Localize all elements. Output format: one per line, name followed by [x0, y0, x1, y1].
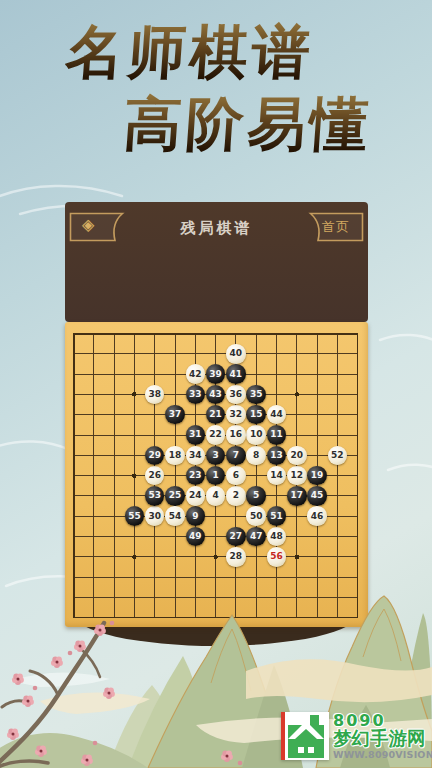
stone-7-black: 7	[226, 446, 246, 466]
home-button[interactable]: 首页	[308, 212, 364, 242]
hero-title-line1: 名师棋谱	[64, 18, 317, 86]
stone-39-black: 39	[206, 364, 226, 384]
stone-36-white: 36	[226, 385, 246, 405]
stone-26-white: 26	[145, 466, 165, 486]
stone-55-black: 55	[125, 506, 145, 526]
stone-40-white: 40	[226, 344, 246, 364]
stone-21-black: 21	[206, 405, 226, 425]
watermark-8090: 8090	[333, 712, 432, 729]
stone-29-black: 29	[145, 446, 165, 466]
stone-35-black: 35	[246, 385, 266, 405]
stone-34-white: 34	[186, 446, 206, 466]
stone-32-white: 32	[226, 405, 246, 425]
stone-14-white: 14	[267, 466, 287, 486]
stone-37-black: 37	[165, 405, 185, 425]
header-bar: ◈ 残局棋谱 首页	[65, 212, 368, 244]
stone-20-white: 20	[287, 446, 307, 466]
stone-18-white: 18	[165, 446, 185, 466]
stone-16-white: 16	[226, 425, 246, 445]
stone-51-black: 51	[267, 506, 287, 526]
stone-24-white: 24	[186, 486, 206, 506]
stone-5-black: 5	[246, 486, 266, 506]
hero-title-line2: 高阶易懂	[122, 90, 375, 158]
house-logo-icon	[281, 712, 329, 760]
cloud-band	[10, 672, 110, 687]
stone-47-black: 47	[246, 527, 266, 547]
stone-49-black: 49	[186, 527, 206, 547]
stone-54-white: 54	[165, 506, 185, 526]
home-button-label: 首页	[308, 218, 364, 236]
stone-19-black: 19	[307, 466, 327, 486]
stone-23-black: 23	[186, 466, 206, 486]
stone-44-white: 44	[267, 405, 287, 425]
stone-9-black: 9	[186, 506, 206, 526]
stone-15-black: 15	[246, 405, 266, 425]
app-screen: 名师棋谱 高阶易懂 ◈ 残局棋谱 首页 12345678910111213141…	[0, 0, 432, 768]
stone-17-black: 17	[287, 486, 307, 506]
stone-50-white: 50	[246, 506, 266, 526]
stone-11-black: 11	[267, 425, 287, 445]
stone-38-white: 38	[145, 385, 165, 405]
stone-48-white: 48	[267, 527, 287, 547]
stone-46-white: 46	[307, 506, 327, 526]
stone-3-black: 3	[206, 446, 226, 466]
stone-4-white: 4	[206, 486, 226, 506]
header-panel: ◈ 残局棋谱 首页	[65, 202, 368, 322]
stone-30-white: 30	[145, 506, 165, 526]
stone-1-black: 1	[206, 466, 226, 486]
stone-45-black: 45	[307, 486, 327, 506]
stone-8-white: 8	[246, 446, 266, 466]
stone-53-black: 53	[145, 486, 165, 506]
stone-13-black: 13	[267, 446, 287, 466]
stone-27-black: 27	[226, 527, 246, 547]
stone-42-white: 42	[186, 364, 206, 384]
watermark-site-name: 梦幻手游网	[333, 729, 432, 749]
stone-12-white: 12	[287, 466, 307, 486]
stone-6-white: 6	[226, 466, 246, 486]
stone-2-white: 2	[226, 486, 246, 506]
watermark: 8090 梦幻手游网 WWW.8090VISION.COM	[281, 712, 432, 761]
watermark-text: 8090 梦幻手游网 WWW.8090VISION.COM	[333, 712, 432, 761]
stone-41-black: 41	[226, 364, 246, 384]
stone-52-white: 52	[328, 446, 348, 466]
stone-31-black: 31	[186, 425, 206, 445]
stone-43-black: 43	[206, 385, 226, 405]
stone-10-white: 10	[246, 425, 266, 445]
stone-22-white: 22	[206, 425, 226, 445]
watermark-url: WWW.8090VISION.COM	[333, 749, 432, 761]
stone-25-black: 25	[165, 486, 185, 506]
stone-33-black: 33	[186, 385, 206, 405]
